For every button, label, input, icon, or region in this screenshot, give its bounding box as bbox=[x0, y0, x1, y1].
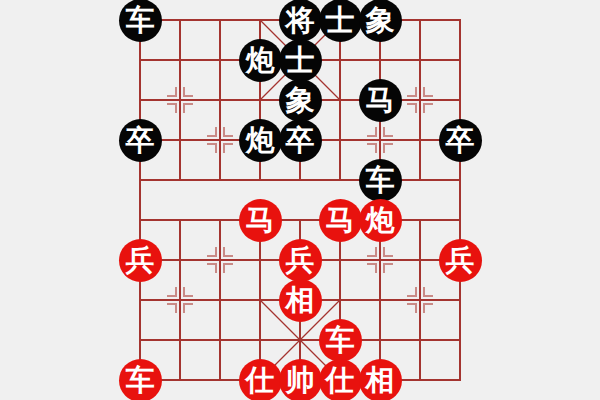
black-soldier-e3[interactable]: 卒 bbox=[279, 119, 322, 162]
red-advisor-f9[interactable]: 仕 bbox=[319, 359, 362, 400]
black-advisor-e1[interactable]: 士 bbox=[279, 39, 322, 82]
black-cannon-d3[interactable]: 炮 bbox=[239, 119, 282, 162]
red-horse-d5[interactable]: 马 bbox=[239, 199, 282, 242]
black-cannon-d1[interactable]: 炮 bbox=[239, 39, 282, 82]
red-chariot-f8[interactable]: 车 bbox=[319, 319, 362, 362]
black-advisor-f0[interactable]: 士 bbox=[319, 0, 362, 42]
pieces-layer: 车将士象炮士象马卒炮卒卒车马马炮兵兵兵相车车仕帅仕相 bbox=[120, 0, 480, 400]
red-horse-f5[interactable]: 马 bbox=[319, 199, 362, 242]
black-general-e0[interactable]: 将 bbox=[279, 0, 322, 42]
red-cannon-g5[interactable]: 炮 bbox=[359, 199, 402, 242]
black-chariot-a0[interactable]: 车 bbox=[119, 0, 162, 42]
red-soldier-a6[interactable]: 兵 bbox=[119, 239, 162, 282]
black-soldier-i3[interactable]: 卒 bbox=[439, 119, 482, 162]
red-elephant-g9[interactable]: 相 bbox=[359, 359, 402, 400]
red-soldier-e6[interactable]: 兵 bbox=[279, 239, 322, 282]
xiangqi-board: 车将士象炮士象马卒炮卒卒车马马炮兵兵兵相车车仕帅仕相 bbox=[0, 0, 600, 400]
black-elephant-g0[interactable]: 象 bbox=[359, 0, 402, 42]
red-soldier-i6[interactable]: 兵 bbox=[439, 239, 482, 282]
black-soldier-a3[interactable]: 卒 bbox=[119, 119, 162, 162]
red-advisor-d9[interactable]: 仕 bbox=[239, 359, 282, 400]
red-chariot-a9[interactable]: 车 bbox=[119, 359, 162, 400]
black-horse-g2[interactable]: 马 bbox=[359, 79, 402, 122]
black-chariot-g4[interactable]: 车 bbox=[359, 159, 402, 202]
red-general-e9[interactable]: 帅 bbox=[279, 359, 322, 400]
black-elephant-e2[interactable]: 象 bbox=[279, 79, 322, 122]
red-elephant-e7[interactable]: 相 bbox=[279, 279, 322, 322]
